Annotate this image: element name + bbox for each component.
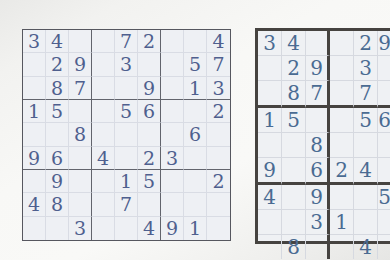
cell-r7c3: 9 xyxy=(306,185,330,210)
cell-r2c2: 2 xyxy=(46,53,69,76)
cell-r8c5: 7 xyxy=(115,193,138,216)
cell-r6c6 xyxy=(378,158,390,185)
cell-r8c3 xyxy=(69,193,92,216)
cell-r2c6 xyxy=(138,53,161,76)
cell-r5c2 xyxy=(282,133,306,158)
cell-r3c3: 7 xyxy=(306,81,330,108)
cell-r7c2 xyxy=(282,185,306,210)
cell-r2c2: 2 xyxy=(282,56,306,81)
cell-r4c1: 1 xyxy=(258,108,282,133)
cell-r9c3 xyxy=(306,235,330,259)
cell-r5c3: 8 xyxy=(69,123,92,146)
cell-r4c6: 6 xyxy=(138,100,161,123)
cell-r7c3 xyxy=(69,170,92,193)
cell-r5c2 xyxy=(46,123,69,146)
sudoku-grid-left: 34724293578791315562869642391524873491 xyxy=(22,29,231,241)
cell-r3c6 xyxy=(378,81,390,108)
cell-r9c6 xyxy=(378,235,390,259)
cell-r2c3: 9 xyxy=(306,56,330,81)
cell-r1c3 xyxy=(306,31,330,56)
cell-r1c4 xyxy=(92,30,115,53)
cell-r6c3: 6 xyxy=(306,158,330,185)
sudoku-grid-right: 34292938771556896244953184 xyxy=(255,28,390,244)
cell-r2c4 xyxy=(330,56,354,81)
cell-r2c5: 3 xyxy=(354,56,378,81)
cell-r4c7 xyxy=(161,100,184,123)
cell-r5c9 xyxy=(207,123,230,146)
cell-r9c5 xyxy=(115,217,138,240)
cell-r4c4 xyxy=(92,100,115,123)
cell-r4c3 xyxy=(306,108,330,133)
cell-r3c8: 1 xyxy=(184,77,207,100)
cell-r2c9: 7 xyxy=(207,53,230,76)
cell-r3c9: 3 xyxy=(207,77,230,100)
cell-r7c4 xyxy=(330,185,354,210)
cell-r9c2 xyxy=(46,217,69,240)
cell-r6c2 xyxy=(282,158,306,185)
cell-r1c9: 4 xyxy=(207,30,230,53)
photo-background: { "game": "sudoku", "scene": "two printe… xyxy=(0,0,390,260)
cell-r6c1: 9 xyxy=(23,147,46,170)
cell-r6c4: 4 xyxy=(92,147,115,170)
cell-r7c1: 4 xyxy=(258,185,282,210)
cell-r4c4 xyxy=(330,108,354,133)
cell-r4c3 xyxy=(69,100,92,123)
cell-r6c4: 2 xyxy=(330,158,354,185)
cell-r8c3: 3 xyxy=(306,210,330,235)
cell-r3c3: 7 xyxy=(69,77,92,100)
cell-r8c4: 1 xyxy=(330,210,354,235)
cell-r8c1: 4 xyxy=(23,193,46,216)
cell-r4c8 xyxy=(184,100,207,123)
cell-r8c2: 8 xyxy=(46,193,69,216)
cell-r9c8: 1 xyxy=(184,217,207,240)
cell-r3c7 xyxy=(161,77,184,100)
cell-r8c8 xyxy=(184,193,207,216)
cell-r7c5 xyxy=(354,185,378,210)
cell-r5c3: 8 xyxy=(306,133,330,158)
cell-r9c7: 9 xyxy=(161,217,184,240)
cell-r9c9 xyxy=(207,217,230,240)
cell-r1c7 xyxy=(161,30,184,53)
cell-r6c7: 3 xyxy=(161,147,184,170)
cell-r9c3: 3 xyxy=(69,217,92,240)
cell-r4c5: 5 xyxy=(354,108,378,133)
cell-r3c5 xyxy=(115,77,138,100)
cell-r2c1 xyxy=(23,53,46,76)
cell-r1c5: 2 xyxy=(354,31,378,56)
cell-r6c5 xyxy=(115,147,138,170)
cell-r1c2: 4 xyxy=(282,31,306,56)
cell-r1c6: 9 xyxy=(378,31,390,56)
cell-r9c1 xyxy=(258,235,282,259)
cell-r5c5 xyxy=(354,133,378,158)
cell-r5c8: 6 xyxy=(184,123,207,146)
cell-r7c4 xyxy=(92,170,115,193)
cell-r5c6 xyxy=(138,123,161,146)
cell-r1c8 xyxy=(184,30,207,53)
cell-r6c3 xyxy=(69,147,92,170)
cell-r1c2: 4 xyxy=(46,30,69,53)
cell-r3c4 xyxy=(92,77,115,100)
cell-r5c4 xyxy=(330,133,354,158)
cell-r5c6 xyxy=(378,133,390,158)
cell-r8c6 xyxy=(378,210,390,235)
cell-r7c8 xyxy=(184,170,207,193)
cell-r8c7 xyxy=(161,193,184,216)
cell-r9c6: 4 xyxy=(138,217,161,240)
cell-r1c4 xyxy=(330,31,354,56)
cell-r6c6: 2 xyxy=(138,147,161,170)
cell-r5c4 xyxy=(92,123,115,146)
cell-r3c1 xyxy=(23,77,46,100)
cell-r5c1 xyxy=(258,133,282,158)
cell-r8c9 xyxy=(207,193,230,216)
cell-r1c1: 3 xyxy=(258,31,282,56)
cell-r8c6 xyxy=(138,193,161,216)
cell-r1c3 xyxy=(69,30,92,53)
cell-r3c4 xyxy=(330,81,354,108)
cell-r9c4 xyxy=(92,217,115,240)
cell-r1c6: 2 xyxy=(138,30,161,53)
cell-r4c1: 1 xyxy=(23,100,46,123)
cell-r4c2: 5 xyxy=(46,100,69,123)
cell-r5c5 xyxy=(115,123,138,146)
cell-r2c7 xyxy=(161,53,184,76)
cell-r2c3: 9 xyxy=(69,53,92,76)
cell-r8c4 xyxy=(92,193,115,216)
cell-r3c2: 8 xyxy=(282,81,306,108)
cell-r7c5: 1 xyxy=(115,170,138,193)
cell-r4c9: 2 xyxy=(207,100,230,123)
cell-r2c6 xyxy=(378,56,390,81)
cell-r7c7 xyxy=(161,170,184,193)
cell-r2c5: 3 xyxy=(115,53,138,76)
cell-r7c1 xyxy=(23,170,46,193)
cell-r5c1 xyxy=(23,123,46,146)
cell-r9c2: 8 xyxy=(282,235,306,259)
cell-r3c1 xyxy=(258,81,282,108)
cell-r7c9: 2 xyxy=(207,170,230,193)
cell-r7c2: 9 xyxy=(46,170,69,193)
cell-r8c2 xyxy=(282,210,306,235)
cell-r5c7 xyxy=(161,123,184,146)
cell-r6c8 xyxy=(184,147,207,170)
cell-r9c5: 4 xyxy=(354,235,378,259)
cell-r7c6: 5 xyxy=(378,185,390,210)
cell-r1c1: 3 xyxy=(23,30,46,53)
cell-r7c6: 5 xyxy=(138,170,161,193)
cell-r3c2: 8 xyxy=(46,77,69,100)
cell-r2c4 xyxy=(92,53,115,76)
cell-r3c6: 9 xyxy=(138,77,161,100)
cell-r4c6: 6 xyxy=(378,108,390,133)
cell-r6c5: 4 xyxy=(354,158,378,185)
cell-r8c1 xyxy=(258,210,282,235)
cell-r9c4 xyxy=(330,235,354,259)
cell-r1c5: 7 xyxy=(115,30,138,53)
cell-r3c5: 7 xyxy=(354,81,378,108)
cell-r6c1: 9 xyxy=(258,158,282,185)
cell-r6c9 xyxy=(207,147,230,170)
cell-r2c1 xyxy=(258,56,282,81)
cell-r9c1 xyxy=(23,217,46,240)
cell-r4c2: 5 xyxy=(282,108,306,133)
cell-r4c5: 5 xyxy=(115,100,138,123)
cell-r6c2: 6 xyxy=(46,147,69,170)
cell-r2c8: 5 xyxy=(184,53,207,76)
cell-r8c5 xyxy=(354,210,378,235)
